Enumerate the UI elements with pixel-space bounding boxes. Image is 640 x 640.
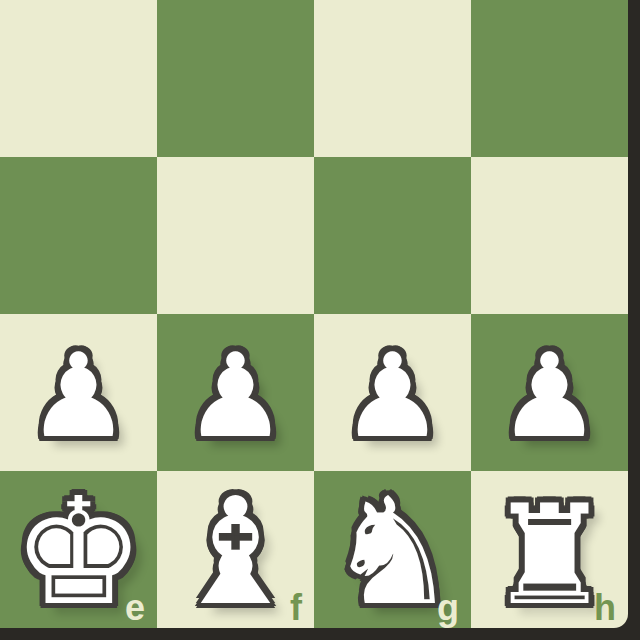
white-pawn-piece[interactable]: ♟ (184, 317, 288, 474)
coord-label-g: g (437, 590, 459, 626)
square-g2[interactable]: ♟ (314, 314, 471, 471)
coord-label-h: h (594, 590, 616, 626)
white-rook-piece[interactable]: ♜ (488, 477, 612, 628)
coord-label-f: f (290, 590, 302, 626)
square-g1[interactable]: ♞g (314, 471, 471, 628)
square-f1[interactable]: ♝f (157, 471, 314, 628)
white-pawn-piece[interactable]: ♟ (27, 317, 131, 474)
white-pawn-piece[interactable]: ♟ (498, 317, 602, 474)
page-background: ♟♟♟♟♚e♝f♞g♜h (0, 0, 640, 640)
square-f2[interactable]: ♟ (157, 314, 314, 471)
square-f4[interactable] (157, 0, 314, 157)
square-h4[interactable] (471, 0, 628, 157)
square-h3[interactable] (471, 157, 628, 314)
chess-board[interactable]: ♟♟♟♟♚e♝f♞g♜h (0, 0, 628, 628)
square-h1[interactable]: ♜h (471, 471, 628, 628)
square-e1[interactable]: ♚e (0, 471, 157, 628)
white-pawn-piece[interactable]: ♟ (341, 317, 445, 474)
coord-label-e: e (125, 590, 145, 626)
square-e4[interactable] (0, 0, 157, 157)
square-e3[interactable] (0, 157, 157, 314)
square-g3[interactable] (314, 157, 471, 314)
square-h2[interactable]: ♟ (471, 314, 628, 471)
square-g4[interactable] (314, 0, 471, 157)
square-f3[interactable] (157, 157, 314, 314)
square-e2[interactable]: ♟ (0, 314, 157, 471)
white-bishop-piece[interactable]: ♝ (169, 474, 302, 628)
